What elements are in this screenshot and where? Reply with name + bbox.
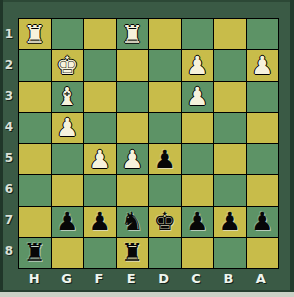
rank-labels: 12345678 [0, 18, 18, 267]
page-background-strip [0, 292, 294, 297]
piece-white-pawn[interactable]: ♟ [182, 82, 214, 112]
square-g1[interactable] [52, 19, 84, 49]
square-a8[interactable] [247, 238, 279, 268]
square-b5[interactable] [214, 144, 246, 174]
square-g6[interactable] [52, 175, 84, 205]
square-f1[interactable] [84, 19, 116, 49]
file-label-b: B [212, 269, 244, 290]
square-g5[interactable] [52, 144, 84, 174]
square-g3[interactable]: ♝ [52, 82, 84, 112]
piece-white-pawn[interactable]: ♟ [117, 144, 149, 174]
square-e7[interactable]: ♞ [117, 207, 149, 237]
file-label-g: G [50, 269, 82, 290]
piece-black-pawn[interactable]: ♟ [149, 144, 181, 174]
square-b4[interactable] [214, 113, 246, 143]
piece-white-pawn[interactable]: ♟ [182, 50, 214, 80]
frame-edge-top [0, 0, 294, 2]
square-e5[interactable]: ♟ [117, 144, 149, 174]
square-b8[interactable] [214, 238, 246, 268]
square-d6[interactable] [149, 175, 181, 205]
rank-label-5: 5 [0, 143, 18, 174]
file-label-a: A [245, 269, 277, 290]
piece-white-rook[interactable]: ♜ [19, 19, 51, 49]
square-h1[interactable]: ♜ [19, 19, 51, 49]
square-c2[interactable]: ♟ [182, 50, 214, 80]
piece-white-rook[interactable]: ♜ [117, 19, 149, 49]
piece-black-rook[interactable]: ♜ [19, 238, 51, 268]
square-a7[interactable]: ♟ [247, 207, 279, 237]
square-c1[interactable] [182, 19, 214, 49]
rank-label-8: 8 [0, 236, 18, 267]
square-f3[interactable] [84, 82, 116, 112]
square-h8[interactable]: ♜ [19, 238, 51, 268]
square-h3[interactable] [19, 82, 51, 112]
rank-label-2: 2 [0, 49, 18, 80]
file-label-c: C [180, 269, 212, 290]
piece-white-pawn[interactable]: ♟ [52, 113, 84, 143]
square-e3[interactable] [117, 82, 149, 112]
square-c3[interactable]: ♟ [182, 82, 214, 112]
piece-black-pawn[interactable]: ♟ [214, 207, 246, 237]
piece-white-pawn[interactable]: ♟ [247, 50, 279, 80]
square-e6[interactable] [117, 175, 149, 205]
piece-black-pawn[interactable]: ♟ [52, 207, 84, 237]
file-label-d: D [148, 269, 180, 290]
square-e2[interactable] [117, 50, 149, 80]
square-b7[interactable]: ♟ [214, 207, 246, 237]
square-a6[interactable] [247, 175, 279, 205]
square-f6[interactable] [84, 175, 116, 205]
file-label-h: H [18, 269, 50, 290]
square-h7[interactable] [19, 207, 51, 237]
square-f5[interactable]: ♟ [84, 144, 116, 174]
square-g7[interactable]: ♟ [52, 207, 84, 237]
square-g4[interactable]: ♟ [52, 113, 84, 143]
piece-black-king[interactable]: ♚ [149, 207, 181, 237]
square-c6[interactable] [182, 175, 214, 205]
piece-black-pawn[interactable]: ♟ [247, 207, 279, 237]
file-labels: HGFEDCBA [18, 269, 277, 290]
frame-edge-right [290, 0, 294, 297]
square-a2[interactable]: ♟ [247, 50, 279, 80]
square-c7[interactable]: ♟ [182, 207, 214, 237]
file-label-e: E [115, 269, 147, 290]
square-f8[interactable] [84, 238, 116, 268]
square-h5[interactable] [19, 144, 51, 174]
square-g8[interactable] [52, 238, 84, 268]
square-h6[interactable] [19, 175, 51, 205]
piece-white-pawn[interactable]: ♟ [84, 144, 116, 174]
square-b2[interactable] [214, 50, 246, 80]
square-g2[interactable]: ♚ [52, 50, 84, 80]
square-d7[interactable]: ♚ [149, 207, 181, 237]
rank-label-3: 3 [0, 80, 18, 111]
square-e8[interactable]: ♜ [117, 238, 149, 268]
square-d1[interactable] [149, 19, 181, 49]
square-h2[interactable] [19, 50, 51, 80]
square-c8[interactable] [182, 238, 214, 268]
square-e4[interactable] [117, 113, 149, 143]
chessboard-frame: 12345678 ♜♜♚♟♟♝♟♟♟♟♟♟♟♞♚♟♟♟♜♜ HGFEDCBA [0, 0, 294, 297]
rank-label-4: 4 [0, 111, 18, 142]
piece-black-knight[interactable]: ♞ [117, 207, 149, 237]
piece-black-pawn[interactable]: ♟ [182, 207, 214, 237]
square-a3[interactable] [247, 82, 279, 112]
square-d2[interactable] [149, 50, 181, 80]
piece-white-bishop[interactable]: ♝ [52, 82, 84, 112]
chess-board[interactable]: ♜♜♚♟♟♝♟♟♟♟♟♟♟♞♚♟♟♟♜♜ [18, 18, 279, 269]
square-a4[interactable] [247, 113, 279, 143]
square-d3[interactable] [149, 82, 181, 112]
square-d5[interactable]: ♟ [149, 144, 181, 174]
square-a5[interactable] [247, 144, 279, 174]
square-b3[interactable] [214, 82, 246, 112]
rank-label-7: 7 [0, 205, 18, 236]
square-d4[interactable] [149, 113, 181, 143]
piece-black-pawn[interactable]: ♟ [84, 207, 116, 237]
square-e1[interactable]: ♜ [117, 19, 149, 49]
square-c4[interactable] [182, 113, 214, 143]
square-b1[interactable] [214, 19, 246, 49]
square-f4[interactable] [84, 113, 116, 143]
square-f2[interactable] [84, 50, 116, 80]
piece-white-king[interactable]: ♚ [52, 50, 84, 80]
rank-label-6: 6 [0, 174, 18, 205]
square-b6[interactable] [214, 175, 246, 205]
square-f7[interactable]: ♟ [84, 207, 116, 237]
square-c5[interactable] [182, 144, 214, 174]
rank-label-1: 1 [0, 18, 18, 49]
square-a1[interactable] [247, 19, 279, 49]
square-d8[interactable] [149, 238, 181, 268]
file-label-f: F [83, 269, 115, 290]
piece-black-rook[interactable]: ♜ [117, 238, 149, 268]
square-h4[interactable] [19, 113, 51, 143]
